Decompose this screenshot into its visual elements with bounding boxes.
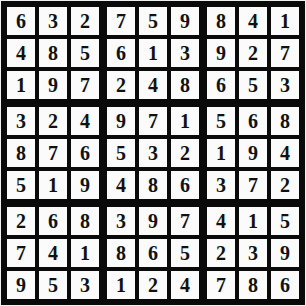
cell-r3c9: 3 (271, 71, 299, 99)
cell-r7c8: 1 (239, 207, 267, 235)
cell-r3c6: 8 (171, 71, 199, 99)
cell-r9c8: 8 (239, 271, 267, 299)
cell-r6c8: 7 (239, 171, 267, 199)
cell-r1c4: 7 (107, 7, 135, 35)
cell-r5c3: 6 (71, 139, 99, 167)
cell-r8c9: 9 (271, 239, 299, 267)
cell-r4c3: 4 (71, 107, 99, 135)
cell-r8c4: 8 (107, 239, 135, 267)
cell-r4c7: 5 (207, 107, 235, 135)
cell-r5c5: 3 (139, 139, 167, 167)
cell-r8c1: 7 (7, 239, 35, 267)
cell-r2c7: 9 (207, 39, 235, 67)
cell-r6c5: 8 (139, 171, 167, 199)
cell-r8c3: 1 (71, 239, 99, 267)
cell-r2c4: 6 (107, 39, 135, 67)
cell-r1c8: 4 (239, 7, 267, 35)
cell-r2c3: 5 (71, 39, 99, 67)
cell-r9c3: 3 (71, 271, 99, 299)
cell-r2c6: 3 (171, 39, 199, 67)
cell-r7c3: 8 (71, 207, 99, 235)
cell-r1c7: 8 (207, 7, 235, 35)
box-9: 415239786 (207, 207, 299, 299)
cell-r1c2: 3 (39, 7, 67, 35)
cell-r1c5: 5 (139, 7, 167, 35)
cell-r6c1: 5 (7, 171, 35, 199)
cell-r9c9: 6 (271, 271, 299, 299)
box-4: 324876519 (7, 107, 99, 199)
cell-r3c8: 5 (239, 71, 267, 99)
cell-r3c7: 6 (207, 71, 235, 99)
cell-r7c7: 4 (207, 207, 235, 235)
cell-r3c2: 9 (39, 71, 67, 99)
cell-r4c4: 9 (107, 107, 135, 135)
cell-r3c5: 4 (139, 71, 167, 99)
cell-r2c5: 1 (139, 39, 167, 67)
cell-r8c5: 6 (139, 239, 167, 267)
cell-r6c9: 2 (271, 171, 299, 199)
cell-r5c8: 9 (239, 139, 267, 167)
cell-r4c9: 8 (271, 107, 299, 135)
cell-r8c7: 2 (207, 239, 235, 267)
cell-r8c6: 5 (171, 239, 199, 267)
cell-r6c4: 4 (107, 171, 135, 199)
cell-r2c8: 2 (239, 39, 267, 67)
cell-r1c3: 2 (71, 7, 99, 35)
cell-r1c1: 6 (7, 7, 35, 35)
cell-r9c7: 7 (207, 271, 235, 299)
box-2: 759613248 (107, 7, 199, 99)
cell-r2c2: 8 (39, 39, 67, 67)
cell-r9c1: 9 (7, 271, 35, 299)
cell-r6c7: 3 (207, 171, 235, 199)
cell-r1c9: 1 (271, 7, 299, 35)
cell-r5c4: 5 (107, 139, 135, 167)
cell-r4c1: 3 (7, 107, 35, 135)
cell-r7c9: 5 (271, 207, 299, 235)
cell-r7c6: 7 (171, 207, 199, 235)
box-1: 632485197 (7, 7, 99, 99)
cell-r2c9: 7 (271, 39, 299, 67)
cell-r8c8: 3 (239, 239, 267, 267)
cell-r5c7: 1 (207, 139, 235, 167)
cell-r6c6: 6 (171, 171, 199, 199)
cell-r5c2: 7 (39, 139, 67, 167)
cell-r9c2: 5 (39, 271, 67, 299)
cell-r9c5: 2 (139, 271, 167, 299)
cell-r5c9: 4 (271, 139, 299, 167)
cell-r9c6: 4 (171, 271, 199, 299)
board-frame: 6324851977596132488419276533248765199715… (1, 1, 305, 305)
cell-r7c2: 6 (39, 207, 67, 235)
cell-r9c4: 1 (107, 271, 135, 299)
cell-r7c5: 9 (139, 207, 167, 235)
sudoku-board: 6324851977596132488419276533248765199715… (0, 0, 306, 306)
cell-r3c3: 7 (71, 71, 99, 99)
cell-r6c2: 1 (39, 171, 67, 199)
box-5: 971532486 (107, 107, 199, 199)
cell-r6c3: 9 (71, 171, 99, 199)
cell-r5c6: 2 (171, 139, 199, 167)
box-6: 568194372 (207, 107, 299, 199)
cell-r1c6: 9 (171, 7, 199, 35)
box-7: 268741953 (7, 207, 99, 299)
box-8: 397865124 (107, 207, 199, 299)
cell-r4c6: 1 (171, 107, 199, 135)
box-3: 841927653 (207, 7, 299, 99)
cell-r4c2: 2 (39, 107, 67, 135)
cell-r8c2: 4 (39, 239, 67, 267)
cell-r4c5: 7 (139, 107, 167, 135)
cell-r3c1: 1 (7, 71, 35, 99)
cell-r4c8: 6 (239, 107, 267, 135)
cell-r2c1: 4 (7, 39, 35, 67)
cell-r5c1: 8 (7, 139, 35, 167)
cell-r7c4: 3 (107, 207, 135, 235)
cell-r7c1: 2 (7, 207, 35, 235)
cell-r3c4: 2 (107, 71, 135, 99)
